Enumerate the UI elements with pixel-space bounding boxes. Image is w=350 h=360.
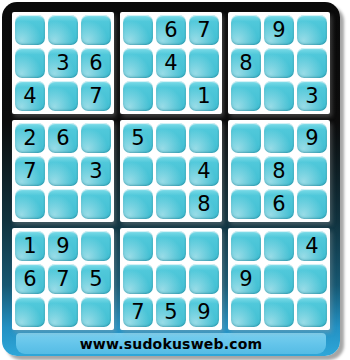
cell-r3c8[interactable] (264, 81, 294, 111)
cell-r9c8[interactable] (264, 297, 294, 327)
cell-r3c7[interactable] (231, 81, 261, 111)
cell-r6c6[interactable]: 8 (189, 189, 219, 219)
cell-r2c5[interactable]: 4 (156, 48, 186, 78)
cell-r3c5[interactable] (156, 81, 186, 111)
site-url-link[interactable]: www.sudokusweb.com (80, 336, 263, 352)
cell-r7c6[interactable] (189, 231, 219, 261)
box-2-1: 2673 (12, 120, 114, 222)
cell-r3c1[interactable]: 4 (15, 81, 45, 111)
cell-r7c8[interactable] (264, 231, 294, 261)
cell-r3c2[interactable] (48, 81, 78, 111)
cell-r8c1[interactable]: 6 (15, 264, 45, 294)
cell-r5c6[interactable]: 4 (189, 156, 219, 186)
cell-r2c7[interactable]: 8 (231, 48, 261, 78)
cell-r7c7[interactable] (231, 231, 261, 261)
box-2-3: 986 (228, 120, 330, 222)
cell-r4c7[interactable] (231, 123, 261, 153)
box-1-3: 983 (228, 12, 330, 114)
cell-r4c1[interactable]: 2 (15, 123, 45, 153)
cell-r9c9[interactable] (297, 297, 327, 327)
footer-bar: www.sudokusweb.com (16, 333, 326, 354)
cell-r7c9[interactable]: 4 (297, 231, 327, 261)
cell-r8c3[interactable]: 5 (81, 264, 111, 294)
sudoku-frame: 3647674198326735489861967575949 www.sudo… (2, 2, 340, 356)
cell-r3c4[interactable] (123, 81, 153, 111)
cell-r7c2[interactable]: 9 (48, 231, 78, 261)
cell-r2c2[interactable]: 3 (48, 48, 78, 78)
cell-r5c8[interactable]: 8 (264, 156, 294, 186)
cell-r1c8[interactable]: 9 (264, 15, 294, 45)
cell-r5c9[interactable] (297, 156, 327, 186)
cell-r9c6[interactable]: 9 (189, 297, 219, 327)
box-3-2: 759 (120, 228, 222, 330)
cell-r1c6[interactable]: 7 (189, 15, 219, 45)
cell-r5c7[interactable] (231, 156, 261, 186)
cell-r2c3[interactable]: 6 (81, 48, 111, 78)
cell-r6c8[interactable]: 6 (264, 189, 294, 219)
cell-r3c6[interactable]: 1 (189, 81, 219, 111)
cell-r6c1[interactable] (15, 189, 45, 219)
cell-r5c2[interactable] (48, 156, 78, 186)
cell-r8c9[interactable] (297, 264, 327, 294)
cell-r7c1[interactable]: 1 (15, 231, 45, 261)
box-3-1: 19675 (12, 228, 114, 330)
cell-r6c9[interactable] (297, 189, 327, 219)
sudoku-board: 3647674198326735489861967575949 (12, 12, 330, 330)
cell-r9c1[interactable] (15, 297, 45, 327)
cell-r7c3[interactable] (81, 231, 111, 261)
cell-r3c3[interactable]: 7 (81, 81, 111, 111)
cell-r2c6[interactable] (189, 48, 219, 78)
cell-r1c7[interactable] (231, 15, 261, 45)
cell-r4c8[interactable] (264, 123, 294, 153)
cell-r6c7[interactable] (231, 189, 261, 219)
box-3-3: 49 (228, 228, 330, 330)
cell-r4c6[interactable] (189, 123, 219, 153)
cell-r6c3[interactable] (81, 189, 111, 219)
cell-r8c5[interactable] (156, 264, 186, 294)
cell-r8c7[interactable]: 9 (231, 264, 261, 294)
cell-r5c5[interactable] (156, 156, 186, 186)
cell-r8c6[interactable] (189, 264, 219, 294)
cell-r7c5[interactable] (156, 231, 186, 261)
cell-r4c2[interactable]: 6 (48, 123, 78, 153)
cell-r1c4[interactable] (123, 15, 153, 45)
cell-r4c5[interactable] (156, 123, 186, 153)
cell-r1c3[interactable] (81, 15, 111, 45)
cell-r1c2[interactable] (48, 15, 78, 45)
cell-r2c9[interactable] (297, 48, 327, 78)
cell-r3c9[interactable]: 3 (297, 81, 327, 111)
box-2-2: 548 (120, 120, 222, 222)
cell-r1c1[interactable] (15, 15, 45, 45)
cell-r6c4[interactable] (123, 189, 153, 219)
cell-r2c8[interactable] (264, 48, 294, 78)
cell-r8c2[interactable]: 7 (48, 264, 78, 294)
cell-r2c1[interactable] (15, 48, 45, 78)
cell-r8c4[interactable] (123, 264, 153, 294)
cell-r7c4[interactable] (123, 231, 153, 261)
cell-r5c1[interactable]: 7 (15, 156, 45, 186)
cell-r2c4[interactable] (123, 48, 153, 78)
cell-r9c4[interactable]: 7 (123, 297, 153, 327)
cell-r9c7[interactable] (231, 297, 261, 327)
cell-r6c5[interactable] (156, 189, 186, 219)
cell-r5c3[interactable]: 3 (81, 156, 111, 186)
cell-r5c4[interactable] (123, 156, 153, 186)
cell-r4c3[interactable] (81, 123, 111, 153)
cell-r1c9[interactable] (297, 15, 327, 45)
cell-r9c2[interactable] (48, 297, 78, 327)
cell-r4c4[interactable]: 5 (123, 123, 153, 153)
cell-r1c5[interactable]: 6 (156, 15, 186, 45)
cell-r8c8[interactable] (264, 264, 294, 294)
cell-r9c3[interactable] (81, 297, 111, 327)
box-1-2: 6741 (120, 12, 222, 114)
cell-r6c2[interactable] (48, 189, 78, 219)
box-1-1: 3647 (12, 12, 114, 114)
cell-r9c5[interactable]: 5 (156, 297, 186, 327)
cell-r4c9[interactable]: 9 (297, 123, 327, 153)
